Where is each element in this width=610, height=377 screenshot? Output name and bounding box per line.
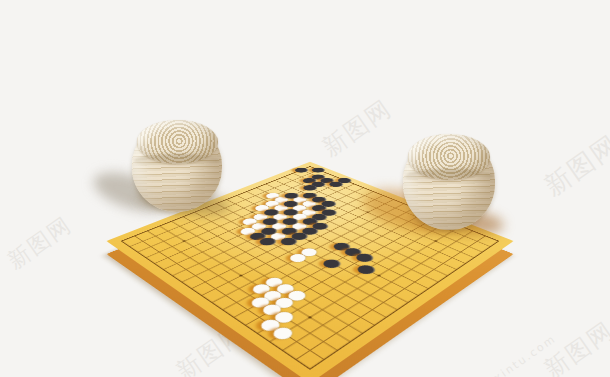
stone-bowl-right xyxy=(403,138,495,230)
photo-stage: ●●●●●●●●●●●●●●●●●●●●●●●●●●●●●●●●●●●●●●●●… xyxy=(0,0,610,377)
watermark-text: 新图网 xyxy=(538,127,610,204)
watermark-text: 新图网 xyxy=(538,315,610,377)
bowl-rim-left xyxy=(134,154,220,168)
watermark-text: 新图网 xyxy=(2,210,78,276)
watermark-text: www.ixintu.com xyxy=(457,332,559,377)
stone-bowl-left xyxy=(132,124,222,212)
bowl-rim-right xyxy=(405,169,493,184)
watermark-text: 新图网 xyxy=(316,93,398,164)
